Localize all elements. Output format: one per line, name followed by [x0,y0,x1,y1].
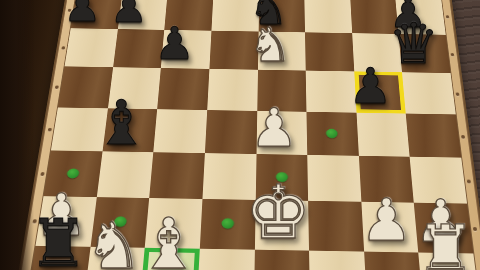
coordinate-tick [55,86,59,89]
coordinate-tick [456,93,460,96]
coordinate-tick [61,46,65,49]
square-h4[interactable] [406,113,461,157]
legal-move-dot[interactable] [67,168,80,178]
piece-white-knight[interactable]: ♞ [85,213,142,270]
square-f6[interactable] [305,32,354,71]
coordinate-tick [40,172,44,176]
square-h5[interactable] [402,72,455,114]
piece-black-pawn[interactable]: ♟ [110,0,148,29]
legal-move-dot[interactable] [326,128,338,138]
coordinate-tick [461,135,465,139]
piece-white-pawn[interactable]: ♟ [361,191,413,249]
table-background: ♟♟♞♟♟♞♛♟♝♟♟♚♟♟♜♞♝♜ [0,0,480,270]
piece-white-king[interactable]: ♚ [245,175,311,249]
piece-black-pawn[interactable]: ♟ [349,62,393,111]
piece-white-bishop[interactable]: ♝ [138,209,201,270]
piece-black-pawn[interactable]: ♟ [63,0,101,28]
square-f4[interactable] [307,111,359,155]
square-b3[interactable] [96,151,153,198]
square-f1[interactable] [309,250,367,270]
square-c4[interactable] [154,109,208,153]
square-c5[interactable] [157,68,209,110]
piece-white-knight[interactable]: ♞ [249,21,291,68]
square-a6[interactable] [65,28,118,67]
coordinate-tick [467,180,471,184]
coordinate-tick [446,16,450,19]
piece-black-queen[interactable]: ♛ [389,15,439,71]
piece-black-pawn[interactable]: ♟ [154,21,194,66]
square-g4[interactable] [356,112,410,156]
square-f3[interactable] [307,155,361,202]
piece-white-pawn[interactable]: ♟ [250,102,298,155]
piece-white-rook[interactable]: ♜ [416,217,475,270]
square-f2[interactable] [308,201,364,251]
piece-black-bishop[interactable]: ♝ [94,92,149,153]
square-d4[interactable] [205,110,257,154]
coordinate-tick [48,128,52,132]
square-c3[interactable] [149,152,204,199]
piece-black-rook[interactable]: ♜ [29,211,88,270]
legal-move-dot[interactable] [222,218,235,229]
coordinate-tick [451,53,455,56]
square-f7[interactable] [304,0,352,33]
